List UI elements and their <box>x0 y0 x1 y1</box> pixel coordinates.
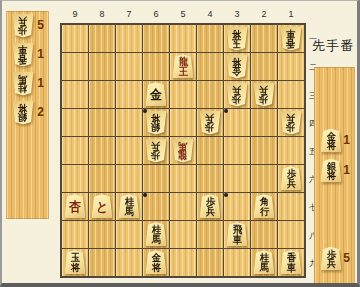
piece-kanji: 馬 <box>151 234 160 244</box>
board-cell-2-4[interactable] <box>251 109 277 136</box>
file-label-4: 4 <box>204 9 216 19</box>
piece-金将-sente[interactable]: 金将 <box>321 129 342 153</box>
board-cell-7-3[interactable] <box>116 81 142 108</box>
board-cell-8-6[interactable] <box>89 165 115 192</box>
piece-3-一-玉将[interactable]: 玉将 <box>227 26 248 50</box>
piece-4-七-歩兵[interactable]: 歩兵 <box>200 194 221 218</box>
piece-kanji: 将 <box>326 141 335 151</box>
board-cell-7-7[interactable]: 桂馬 <box>116 193 142 220</box>
board-cell-6-1[interactable] <box>143 25 169 52</box>
piece-4-四-歩兵[interactable]: 歩兵 <box>200 110 221 134</box>
board-cell-2-8[interactable] <box>251 221 277 248</box>
board-cell-1-9[interactable]: 香車 <box>278 249 304 276</box>
board-cell-8-9[interactable] <box>89 249 115 276</box>
piece-6-三-金[interactable]: 金 <box>146 82 167 106</box>
board-cell-6-4[interactable]: 銀将 <box>143 109 169 136</box>
piece-kanji: 香 <box>18 55 27 65</box>
board-cell-4-1[interactable] <box>197 25 223 52</box>
board-cell-6-7[interactable] <box>143 193 169 220</box>
piece-9-九-玉将[interactable]: 玉将 <box>65 250 86 274</box>
piece-1-九-香車[interactable]: 香車 <box>281 250 302 274</box>
board-cell-5-7[interactable] <box>170 193 196 220</box>
piece-kanji: と <box>96 200 108 213</box>
piece-kanji: 兵 <box>259 85 268 95</box>
piece-1-四-歩兵[interactable]: 歩兵 <box>281 110 302 134</box>
board-cell-3-2[interactable]: 金将 <box>224 53 250 80</box>
board-cell-9-8[interactable] <box>62 221 88 248</box>
board-cell-8-4[interactable] <box>89 109 115 136</box>
board-cell-9-4[interactable] <box>62 109 88 136</box>
piece-香車-gote[interactable]: 香車 <box>13 43 34 67</box>
board-cell-6-9[interactable]: 金将 <box>143 249 169 276</box>
gote-hand-桂馬: 桂馬1 <box>7 72 48 98</box>
hand-count: 1 <box>37 47 44 61</box>
file-label-9: 9 <box>69 9 81 19</box>
board-cell-9-1[interactable] <box>62 25 88 52</box>
piece-kanji: 車 <box>286 29 295 39</box>
board-cell-7-9[interactable] <box>116 249 142 276</box>
piece-kanji: 王 <box>178 66 187 76</box>
piece-6-五-歩兵[interactable]: 歩兵 <box>146 138 167 162</box>
board-cell-2-7[interactable]: 角行 <box>251 193 277 220</box>
board-cell-7-8[interactable] <box>116 221 142 248</box>
board-cell-7-2[interactable] <box>116 53 142 80</box>
board-cell-7-4[interactable] <box>116 109 142 136</box>
board-cell-7-1[interactable] <box>116 25 142 52</box>
board-cell-8-8[interactable] <box>89 221 115 248</box>
hand-count: 5 <box>37 18 44 32</box>
turn-indicator: 先手番 <box>312 37 354 55</box>
piece-桂馬-gote[interactable]: 桂馬 <box>13 72 34 96</box>
file-label-6: 6 <box>150 9 162 19</box>
board-cell-3-1[interactable]: 玉将 <box>224 25 250 52</box>
board-cell-3-6[interactable] <box>224 165 250 192</box>
board-cell-5-6[interactable] <box>170 165 196 192</box>
star-point-2 <box>224 109 228 113</box>
board-cell-8-3[interactable] <box>89 81 115 108</box>
board-cell-9-3[interactable] <box>62 81 88 108</box>
piece-歩兵-sente[interactable]: 歩兵 <box>321 247 342 271</box>
board-cell-6-3[interactable]: 金 <box>143 81 169 108</box>
piece-6-四-銀将[interactable]: 銀将 <box>146 110 167 134</box>
piece-9-七-杏[interactable]: 杏 <box>65 194 86 218</box>
board-cell-1-6[interactable]: 歩兵 <box>278 165 304 192</box>
piece-kanji: 将 <box>326 171 335 181</box>
piece-kanji: 車 <box>232 234 241 244</box>
board-cell-3-9[interactable] <box>224 249 250 276</box>
sente-hand-歩兵: 歩兵5 <box>315 247 354 273</box>
board-cell-3-5[interactable] <box>224 137 250 164</box>
star-point-3 <box>143 193 147 197</box>
board-cell-5-4[interactable] <box>170 109 196 136</box>
star-point-1 <box>143 109 147 113</box>
piece-kanji: 兵 <box>205 206 214 216</box>
piece-kanji: 将 <box>232 29 241 39</box>
sente-hand-stand: 金将1銀将1歩兵5 <box>314 67 355 284</box>
piece-kanji: 馬 <box>124 206 133 216</box>
board-cell-3-8[interactable]: 飛車 <box>224 221 250 248</box>
board-cell-9-9[interactable]: 玉将 <box>62 249 88 276</box>
piece-kanji: 兵 <box>18 16 27 26</box>
piece-kanji: 兵 <box>151 141 160 151</box>
board-cell-1-1[interactable]: 香車 <box>278 25 304 52</box>
board-cell-2-6[interactable] <box>251 165 277 192</box>
piece-2-九-桂馬[interactable]: 桂馬 <box>254 250 275 274</box>
piece-kanji: 将 <box>151 262 160 272</box>
piece-8-七-と[interactable]: と <box>92 194 113 218</box>
board-cell-1-8[interactable] <box>278 221 304 248</box>
board-cell-2-5[interactable] <box>251 137 277 164</box>
board-cell-4-2[interactable] <box>197 53 223 80</box>
gote-hand-香車: 香車1 <box>7 43 48 69</box>
hand-count: 1 <box>37 76 44 90</box>
piece-kanji: 馬 <box>178 141 187 151</box>
board-cell-2-2[interactable] <box>251 53 277 80</box>
board-cell-7-6[interactable] <box>116 165 142 192</box>
sente-hand-金将: 金将1 <box>315 129 354 155</box>
star-point-4 <box>224 193 228 197</box>
board-cell-5-8[interactable] <box>170 221 196 248</box>
hand-count: 1 <box>343 163 350 177</box>
board-cell-8-7[interactable]: と <box>89 193 115 220</box>
file-label-5: 5 <box>177 9 189 19</box>
piece-kanji: 車 <box>18 45 27 55</box>
piece-kanji: 車 <box>286 262 295 272</box>
board-cell-4-8[interactable] <box>197 221 223 248</box>
piece-3-二-金将[interactable]: 金将 <box>227 54 248 78</box>
piece-1-六-歩兵[interactable]: 歩兵 <box>281 166 302 190</box>
piece-kanji: 馬 <box>259 262 268 272</box>
board-cell-1-7[interactable] <box>278 193 304 220</box>
file-label-1: 1 <box>285 9 297 19</box>
board-cell-4-5[interactable] <box>197 137 223 164</box>
board-cell-8-5[interactable] <box>89 137 115 164</box>
piece-6-九-金将[interactable]: 金将 <box>146 250 167 274</box>
piece-kanji: 兵 <box>286 113 295 123</box>
shogi-app: 玉将香車龍王金将金歩兵歩兵銀将歩兵歩兵歩兵龍馬歩兵杏と桂馬歩兵角行桂馬飛車玉将金… <box>0 0 360 287</box>
file-label-2: 2 <box>258 9 270 19</box>
piece-5-二-龍王[interactable]: 龍王 <box>173 54 194 78</box>
piece-歩兵-gote[interactable]: 歩兵 <box>13 14 34 38</box>
board-cell-5-3[interactable] <box>170 81 196 108</box>
board-cell-1-2[interactable] <box>278 53 304 80</box>
shogi-board: 玉将香車龍王金将金歩兵歩兵銀将歩兵歩兵歩兵龍馬歩兵杏と桂馬歩兵角行桂馬飛車玉将金… <box>60 23 306 278</box>
hand-count: 5 <box>343 251 350 265</box>
board-cell-5-9[interactable] <box>170 249 196 276</box>
board-cell-4-4[interactable]: 歩兵 <box>197 109 223 136</box>
file-label-7: 7 <box>123 9 135 19</box>
piece-kanji: 桂 <box>18 84 27 94</box>
piece-kanji: 兵 <box>286 178 295 188</box>
piece-kanji: 銀 <box>18 113 27 123</box>
piece-kanji: 行 <box>259 206 268 216</box>
gote-hand-stand: 歩兵5香車1桂馬1銀将2 <box>6 11 49 219</box>
piece-kanji: 金 <box>150 88 162 101</box>
hand-count: 1 <box>343 133 350 147</box>
board-cell-1-3[interactable] <box>278 81 304 108</box>
piece-3-八-飛車[interactable]: 飛車 <box>227 222 248 246</box>
board-cell-4-9[interactable] <box>197 249 223 276</box>
board-cell-2-3[interactable]: 歩兵 <box>251 81 277 108</box>
board-cell-5-5[interactable]: 龍馬 <box>170 137 196 164</box>
piece-kanji: 兵 <box>205 113 214 123</box>
piece-kanji: 馬 <box>18 74 27 84</box>
piece-2-三-歩兵[interactable]: 歩兵 <box>254 82 275 106</box>
board-cell-4-3[interactable] <box>197 81 223 108</box>
piece-kanji: 兵 <box>326 259 335 269</box>
piece-銀将-gote[interactable]: 銀将 <box>13 101 34 125</box>
board-cell-2-9[interactable]: 桂馬 <box>251 249 277 276</box>
board-cell-8-2[interactable] <box>89 53 115 80</box>
piece-1-一-香車[interactable]: 香車 <box>281 26 302 50</box>
piece-kanji: 将 <box>232 57 241 67</box>
gote-hand-銀将: 銀将2 <box>7 101 48 127</box>
piece-kanji: 杏 <box>69 200 81 213</box>
piece-kanji: 将 <box>18 103 27 113</box>
piece-kanji: 歩 <box>18 26 27 36</box>
board-cell-7-5[interactable] <box>116 137 142 164</box>
board-cell-9-7[interactable]: 杏 <box>62 193 88 220</box>
board-cell-6-8[interactable]: 桂馬 <box>143 221 169 248</box>
file-label-3: 3 <box>231 9 243 19</box>
hand-count: 2 <box>37 105 44 119</box>
piece-kanji: 兵 <box>232 85 241 95</box>
piece-kanji: 将 <box>151 113 160 123</box>
gote-hand-歩兵: 歩兵5 <box>7 14 48 40</box>
file-label-8: 8 <box>96 9 108 19</box>
piece-銀将-sente[interactable]: 銀将 <box>321 159 342 183</box>
piece-2-七-角行[interactable]: 角行 <box>254 194 275 218</box>
board-cell-2-1[interactable] <box>251 25 277 52</box>
board-cell-9-5[interactable] <box>62 137 88 164</box>
piece-kanji: 将 <box>70 262 79 272</box>
piece-3-三-歩兵[interactable]: 歩兵 <box>227 82 248 106</box>
board-cell-6-5[interactable]: 歩兵 <box>143 137 169 164</box>
board-cell-3-3[interactable]: 歩兵 <box>224 81 250 108</box>
board-cell-8-1[interactable] <box>89 25 115 52</box>
piece-7-七-桂馬[interactable]: 桂馬 <box>119 194 140 218</box>
sente-hand-銀将: 銀将1 <box>315 159 354 185</box>
piece-5-五-龍馬[interactable]: 龍馬 <box>173 138 194 162</box>
piece-6-八-桂馬[interactable]: 桂馬 <box>146 222 167 246</box>
board-cell-6-6[interactable] <box>143 165 169 192</box>
board-cell-4-7[interactable]: 歩兵 <box>197 193 223 220</box>
board-cell-3-4[interactable] <box>224 109 250 136</box>
board-cell-5-1[interactable] <box>170 25 196 52</box>
board-cell-5-2[interactable]: 龍王 <box>170 53 196 80</box>
board-cell-6-2[interactable] <box>143 53 169 80</box>
board-cell-1-4[interactable]: 歩兵 <box>278 109 304 136</box>
board-cell-9-2[interactable] <box>62 53 88 80</box>
board-cell-3-7[interactable] <box>224 193 250 220</box>
board-cell-9-6[interactable] <box>62 165 88 192</box>
board-cell-1-5[interactable] <box>278 137 304 164</box>
board-cell-4-6[interactable] <box>197 165 223 192</box>
